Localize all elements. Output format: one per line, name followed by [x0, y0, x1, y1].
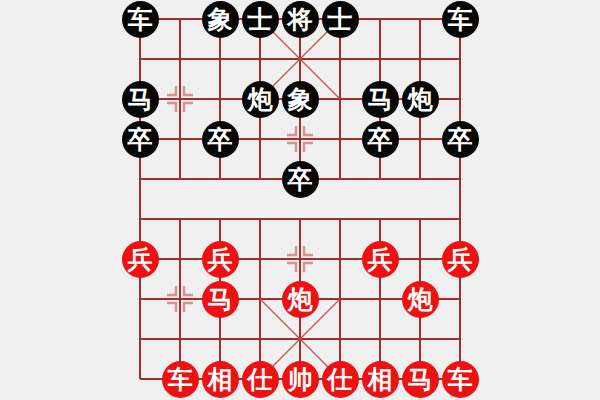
- point-marker: [167, 86, 176, 95]
- black-chariot[interactable]: 车: [442, 1, 479, 38]
- black-soldier[interactable]: 卒: [442, 121, 479, 158]
- point-marker: [184, 86, 193, 95]
- red-soldier[interactable]: 兵: [202, 241, 239, 278]
- black-advisor[interactable]: 士: [322, 1, 359, 38]
- black-soldier[interactable]: 卒: [122, 121, 159, 158]
- board-grid: [0, 0, 600, 400]
- black-king[interactable]: 将: [282, 1, 319, 38]
- black-horse[interactable]: 马: [122, 81, 159, 118]
- point-marker: [304, 246, 313, 255]
- red-cannon[interactable]: 炮: [402, 281, 439, 318]
- point-marker: [304, 126, 313, 135]
- point-marker: [184, 286, 193, 295]
- red-chariot[interactable]: 车: [162, 361, 199, 398]
- black-cannon[interactable]: 炮: [402, 81, 439, 118]
- red-soldier[interactable]: 兵: [362, 241, 399, 278]
- black-advisor[interactable]: 士: [242, 1, 279, 38]
- red-cannon[interactable]: 炮: [282, 281, 319, 318]
- black-elephant[interactable]: 象: [282, 81, 319, 118]
- red-soldier[interactable]: 兵: [122, 241, 159, 278]
- black-elephant[interactable]: 象: [202, 1, 239, 38]
- black-soldier[interactable]: 卒: [362, 121, 399, 158]
- point-marker: [287, 246, 296, 255]
- xiangqi-board[interactable]: 车象士将士车马炮象马炮卒卒卒卒卒兵兵兵兵马炮炮车相仕帅仕相马车: [0, 0, 600, 400]
- red-elephant[interactable]: 相: [202, 361, 239, 398]
- point-marker: [184, 103, 193, 112]
- point-marker: [167, 286, 176, 295]
- black-chariot[interactable]: 车: [122, 1, 159, 38]
- point-marker: [304, 143, 313, 152]
- black-soldier[interactable]: 卒: [282, 161, 319, 198]
- red-horse[interactable]: 马: [402, 361, 439, 398]
- point-marker: [184, 303, 193, 312]
- red-chariot[interactable]: 车: [442, 361, 479, 398]
- point-marker: [304, 263, 313, 272]
- red-advisor[interactable]: 仕: [322, 361, 359, 398]
- point-marker: [287, 126, 296, 135]
- point-marker: [287, 263, 296, 272]
- red-soldier[interactable]: 兵: [442, 241, 479, 278]
- point-marker: [287, 143, 296, 152]
- point-marker: [167, 303, 176, 312]
- black-soldier[interactable]: 卒: [202, 121, 239, 158]
- point-marker: [167, 103, 176, 112]
- red-elephant[interactable]: 相: [362, 361, 399, 398]
- red-king[interactable]: 帅: [282, 361, 319, 398]
- black-cannon[interactable]: 炮: [242, 81, 279, 118]
- black-horse[interactable]: 马: [362, 81, 399, 118]
- red-horse[interactable]: 马: [202, 281, 239, 318]
- red-advisor[interactable]: 仕: [242, 361, 279, 398]
